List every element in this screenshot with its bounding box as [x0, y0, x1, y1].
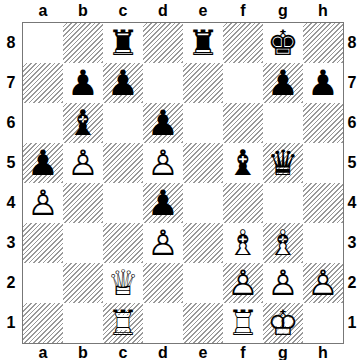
chess-board: ♜♜♚♟♟♟♟♝♟♟♟♙♟♙♝♛♟♙♟♟♙♝♗♝♗♛♕♟♙♟♙♟♙♜♖♜♖♚♔	[22, 22, 344, 344]
black-pawn[interactable]: ♟	[143, 103, 183, 143]
black-pawn-glyph: ♟	[103, 63, 143, 103]
square-d5[interactable]: ♟♙	[143, 143, 183, 183]
file-labels-top: abcdefgh	[23, 0, 343, 22]
square-h8[interactable]	[303, 23, 343, 63]
square-f4[interactable]	[223, 183, 263, 223]
black-king[interactable]: ♚	[263, 23, 303, 63]
black-pawn[interactable]: ♟	[143, 183, 183, 223]
square-f5[interactable]: ♝	[223, 143, 263, 183]
square-g7[interactable]: ♟	[263, 63, 303, 103]
rank-labels-right: 87654321	[344, 23, 360, 343]
square-a6[interactable]	[23, 103, 63, 143]
square-h4[interactable]	[303, 183, 343, 223]
file-label-h-bottom: h	[303, 344, 343, 360]
black-pawn-glyph: ♟	[63, 63, 103, 103]
white-pawn-outline: ♙	[263, 263, 303, 303]
file-label-e-top: e	[183, 0, 223, 22]
white-pawn-outline: ♙	[23, 183, 63, 223]
rank-label-8-right: 8	[344, 23, 360, 63]
square-c2[interactable]: ♛♕	[103, 263, 143, 303]
file-label-g-bottom: g	[263, 344, 303, 360]
white-pawn-outline: ♙	[303, 263, 343, 303]
white-pawn-outline: ♙	[143, 143, 183, 183]
white-queen-outline: ♕	[103, 263, 143, 303]
white-rook-outline: ♖	[103, 303, 143, 343]
rank-label-5-right: 5	[344, 143, 360, 183]
white-pawn[interactable]: ♟♙	[23, 183, 63, 223]
square-d7[interactable]	[143, 63, 183, 103]
square-b1[interactable]	[63, 303, 103, 343]
black-bishop[interactable]: ♝	[63, 103, 103, 143]
rank-label-1-left: 1	[0, 303, 22, 343]
square-g5[interactable]: ♛	[263, 143, 303, 183]
file-labels-bottom: abcdefgh	[23, 344, 343, 360]
rank-label-2-left: 2	[0, 263, 22, 303]
square-b6[interactable]: ♝	[63, 103, 103, 143]
square-e1[interactable]	[183, 303, 223, 343]
rank-label-6-right: 6	[344, 103, 360, 143]
square-e7[interactable]	[183, 63, 223, 103]
rank-label-7-right: 7	[344, 63, 360, 103]
black-bishop-glyph: ♝	[223, 143, 263, 183]
square-f7[interactable]	[223, 63, 263, 103]
square-b8[interactable]	[63, 23, 103, 63]
square-g6[interactable]	[263, 103, 303, 143]
square-b5[interactable]: ♟♙	[63, 143, 103, 183]
black-rook-glyph: ♜	[183, 23, 223, 63]
black-pawn[interactable]: ♟	[23, 143, 63, 183]
file-label-d-top: d	[143, 0, 183, 22]
square-e4[interactable]	[183, 183, 223, 223]
white-pawn[interactable]: ♟♙	[223, 263, 263, 303]
white-pawn[interactable]: ♟♙	[303, 263, 343, 303]
white-queen[interactable]: ♛♕	[103, 263, 143, 303]
black-bishop-glyph: ♝	[63, 103, 103, 143]
file-label-d-bottom: d	[143, 344, 183, 360]
square-d4[interactable]: ♟	[143, 183, 183, 223]
rank-label-4-left: 4	[0, 183, 22, 223]
black-king-glyph: ♚	[263, 23, 303, 63]
white-bishop-outline: ♗	[263, 223, 303, 263]
square-b4[interactable]	[63, 183, 103, 223]
black-pawn-glyph: ♟	[263, 63, 303, 103]
square-a4[interactable]: ♟♙	[23, 183, 63, 223]
chess-diagram: abcdefgh 87654321 ♜♜♚♟♟♟♟♝♟♟♟♙♟♙♝♛♟♙♟♟♙♝…	[0, 0, 360, 360]
square-c8[interactable]: ♜	[103, 23, 143, 63]
square-h7[interactable]: ♟	[303, 63, 343, 103]
square-e6[interactable]	[183, 103, 223, 143]
square-d8[interactable]	[143, 23, 183, 63]
square-h1[interactable]	[303, 303, 343, 343]
square-f3[interactable]: ♝♗	[223, 223, 263, 263]
black-pawn[interactable]: ♟	[303, 63, 343, 103]
square-a2[interactable]	[23, 263, 63, 303]
rank-label-4-right: 4	[344, 183, 360, 223]
square-c7[interactable]: ♟	[103, 63, 143, 103]
square-b3[interactable]	[63, 223, 103, 263]
white-rook[interactable]: ♜♖	[223, 303, 263, 343]
rank-label-1-right: 1	[344, 303, 360, 343]
file-label-g-top: g	[263, 0, 303, 22]
square-h3[interactable]	[303, 223, 343, 263]
file-label-f-bottom: f	[223, 344, 263, 360]
square-e3[interactable]	[183, 223, 223, 263]
black-queen[interactable]: ♛	[263, 143, 303, 183]
square-f8[interactable]	[223, 23, 263, 63]
white-king-outline: ♔	[263, 303, 303, 343]
square-e2[interactable]	[183, 263, 223, 303]
white-pawn[interactable]: ♟♙	[263, 263, 303, 303]
square-g8[interactable]: ♚	[263, 23, 303, 63]
file-label-f-top: f	[223, 0, 263, 22]
square-b7[interactable]: ♟	[63, 63, 103, 103]
white-pawn[interactable]: ♟♙	[63, 143, 103, 183]
black-rook[interactable]: ♜	[103, 23, 143, 63]
white-bishop[interactable]: ♝♗	[223, 223, 263, 263]
file-label-b-top: b	[63, 0, 103, 22]
black-bishop[interactable]: ♝	[223, 143, 263, 183]
rank-label-8-left: 8	[0, 23, 22, 63]
square-c3[interactable]	[103, 223, 143, 263]
square-g2[interactable]: ♟♙	[263, 263, 303, 303]
rank-label-3-left: 3	[0, 223, 22, 263]
rank-label-2-right: 2	[344, 263, 360, 303]
black-pawn[interactable]: ♟	[263, 63, 303, 103]
file-label-e-bottom: e	[183, 344, 223, 360]
square-c1[interactable]: ♜♖	[103, 303, 143, 343]
square-d1[interactable]	[143, 303, 183, 343]
square-a5[interactable]: ♟	[23, 143, 63, 183]
square-h5[interactable]	[303, 143, 343, 183]
white-bishop[interactable]: ♝♗	[263, 223, 303, 263]
black-queen-glyph: ♛	[263, 143, 303, 183]
file-label-b-bottom: b	[63, 344, 103, 360]
black-pawn-glyph: ♟	[303, 63, 343, 103]
square-h2[interactable]: ♟♙	[303, 263, 343, 303]
white-rook-outline: ♖	[223, 303, 263, 343]
square-e8[interactable]: ♜	[183, 23, 223, 63]
white-pawn[interactable]: ♟♙	[143, 223, 183, 263]
rank-label-3-right: 3	[344, 223, 360, 263]
black-pawn[interactable]: ♟	[103, 63, 143, 103]
square-f2[interactable]: ♟♙	[223, 263, 263, 303]
square-a1[interactable]	[23, 303, 63, 343]
white-bishop-outline: ♗	[223, 223, 263, 263]
rank-labels-left: 87654321	[0, 23, 22, 343]
square-g1[interactable]: ♚♔	[263, 303, 303, 343]
file-label-a-top: a	[23, 0, 63, 22]
white-pawn-outline: ♙	[63, 143, 103, 183]
square-a3[interactable]	[23, 223, 63, 263]
square-h6[interactable]	[303, 103, 343, 143]
square-b2[interactable]	[63, 263, 103, 303]
white-pawn[interactable]: ♟♙	[143, 143, 183, 183]
black-rook[interactable]: ♜	[183, 23, 223, 63]
square-g3[interactable]: ♝♗	[263, 223, 303, 263]
black-pawn[interactable]: ♟	[63, 63, 103, 103]
square-f6[interactable]	[223, 103, 263, 143]
square-e5[interactable]	[183, 143, 223, 183]
white-pawn-outline: ♙	[223, 263, 263, 303]
file-label-a-bottom: a	[23, 344, 63, 360]
square-c4[interactable]	[103, 183, 143, 223]
square-a7[interactable]	[23, 63, 63, 103]
black-rook-glyph: ♜	[103, 23, 143, 63]
rank-label-7-left: 7	[0, 63, 22, 103]
square-d2[interactable]	[143, 263, 183, 303]
square-d6[interactable]: ♟	[143, 103, 183, 143]
square-c6[interactable]	[103, 103, 143, 143]
file-label-h-top: h	[303, 0, 343, 22]
rank-label-6-left: 6	[0, 103, 22, 143]
square-a8[interactable]	[23, 23, 63, 63]
white-pawn-outline: ♙	[143, 223, 183, 263]
square-g4[interactable]	[263, 183, 303, 223]
square-c5[interactable]	[103, 143, 143, 183]
file-label-c-top: c	[103, 0, 143, 22]
black-pawn-glyph: ♟	[23, 143, 63, 183]
rank-label-5-left: 5	[0, 143, 22, 183]
square-f1[interactable]: ♜♖	[223, 303, 263, 343]
black-pawn-glyph: ♟	[143, 183, 183, 223]
file-label-c-bottom: c	[103, 344, 143, 360]
square-d3[interactable]: ♟♙	[143, 223, 183, 263]
white-rook[interactable]: ♜♖	[103, 303, 143, 343]
black-pawn-glyph: ♟	[143, 103, 183, 143]
white-king[interactable]: ♚♔	[263, 303, 303, 343]
